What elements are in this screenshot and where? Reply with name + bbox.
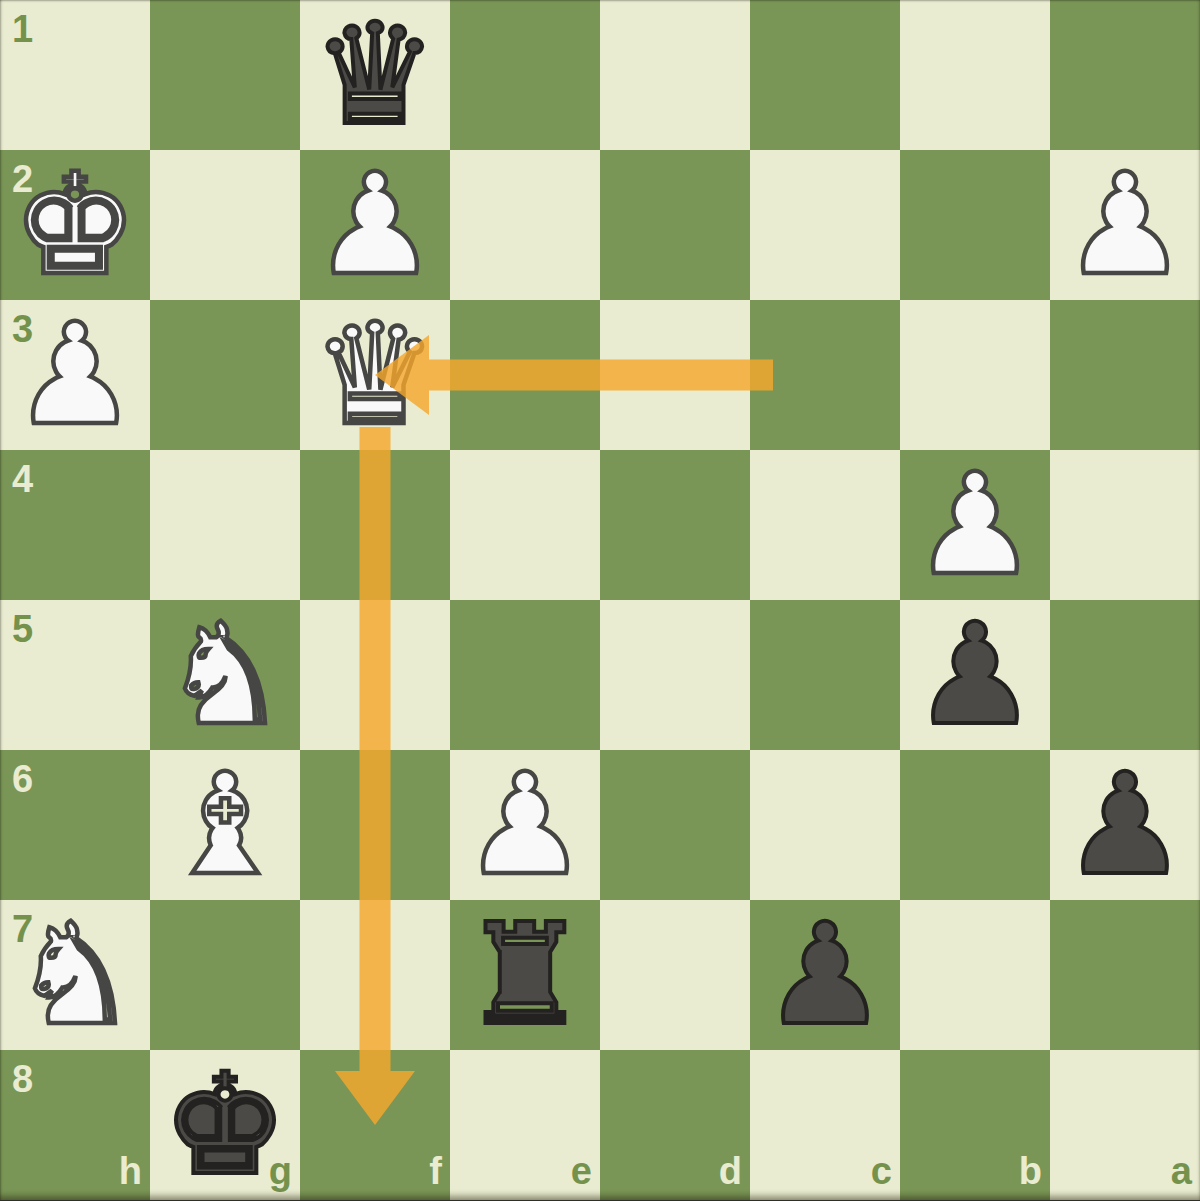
square-h2[interactable]: ♚2	[0, 150, 150, 300]
file-label-a: a	[1171, 1152, 1192, 1190]
rank-label-4: 4	[12, 460, 33, 498]
square-f3[interactable]: ♛	[300, 300, 450, 450]
rank-label-7: 7	[12, 910, 33, 948]
square-f1[interactable]: ♛	[300, 0, 450, 150]
square-b6[interactable]	[900, 750, 1050, 900]
square-c4[interactable]	[750, 450, 900, 600]
piece-white-knight-g5[interactable]: ♞	[150, 600, 300, 750]
square-g6[interactable]: ♝	[150, 750, 300, 900]
square-c6[interactable]	[750, 750, 900, 900]
rank-label-8: 8	[12, 1060, 33, 1098]
piece-white-bishop-g6[interactable]: ♝	[150, 750, 300, 900]
file-label-h: h	[119, 1152, 142, 1190]
square-g3[interactable]	[150, 300, 300, 450]
square-f5[interactable]	[300, 600, 450, 750]
square-a6[interactable]: ♟	[1050, 750, 1200, 900]
rank-label-2: 2	[12, 160, 33, 198]
file-label-d: d	[719, 1152, 742, 1190]
rank-label-6: 6	[12, 760, 33, 798]
square-d5[interactable]	[600, 600, 750, 750]
square-h4[interactable]: 4	[0, 450, 150, 600]
square-f2[interactable]: ♟	[300, 150, 450, 300]
square-g7[interactable]	[150, 900, 300, 1050]
square-e4[interactable]	[450, 450, 600, 600]
square-a2[interactable]: ♟	[1050, 150, 1200, 300]
square-b3[interactable]	[900, 300, 1050, 450]
square-b7[interactable]	[900, 900, 1050, 1050]
square-d7[interactable]	[600, 900, 750, 1050]
piece-black-pawn-c7[interactable]: ♟	[750, 900, 900, 1050]
square-g4[interactable]	[150, 450, 300, 600]
file-label-g: g	[269, 1152, 292, 1190]
square-b8[interactable]: b	[900, 1050, 1050, 1200]
square-c8[interactable]: c	[750, 1050, 900, 1200]
square-d8[interactable]: d	[600, 1050, 750, 1200]
piece-white-pawn-b4[interactable]: ♟	[900, 450, 1050, 600]
square-h5[interactable]: 5	[0, 600, 150, 750]
square-a5[interactable]	[1050, 600, 1200, 750]
square-a3[interactable]	[1050, 300, 1200, 450]
square-c5[interactable]	[750, 600, 900, 750]
file-label-c: c	[871, 1152, 892, 1190]
piece-black-pawn-a6[interactable]: ♟	[1050, 750, 1200, 900]
square-d3[interactable]	[600, 300, 750, 450]
file-label-e: e	[571, 1152, 592, 1190]
square-d6[interactable]	[600, 750, 750, 900]
square-e1[interactable]	[450, 0, 600, 150]
square-e7[interactable]: ♜	[450, 900, 600, 1050]
square-a4[interactable]	[1050, 450, 1200, 600]
square-h6[interactable]: 6	[0, 750, 150, 900]
square-h1[interactable]: 1	[0, 0, 150, 150]
square-g8[interactable]: ♚g	[150, 1050, 300, 1200]
piece-white-queen-f3[interactable]: ♛	[300, 300, 450, 450]
square-h7[interactable]: ♞7	[0, 900, 150, 1050]
piece-white-pawn-f2[interactable]: ♟	[300, 150, 450, 300]
square-e6[interactable]: ♟	[450, 750, 600, 900]
piece-black-rook-e7[interactable]: ♜	[450, 900, 600, 1050]
square-b5[interactable]: ♟	[900, 600, 1050, 750]
square-f8[interactable]: f	[300, 1050, 450, 1200]
square-e3[interactable]	[450, 300, 600, 450]
square-e8[interactable]: e	[450, 1050, 600, 1200]
file-label-f: f	[429, 1152, 442, 1190]
rank-label-1: 1	[12, 10, 33, 48]
piece-black-pawn-b5[interactable]: ♟	[900, 600, 1050, 750]
square-c1[interactable]	[750, 0, 900, 150]
square-h3[interactable]: ♟3	[0, 300, 150, 450]
square-a7[interactable]	[1050, 900, 1200, 1050]
square-a1[interactable]	[1050, 0, 1200, 150]
chess-board: 1♛♚2♟♟♟3♛4♟5♞♟6♝♟♟♞7♜♟8h♚gfedcba	[0, 0, 1200, 1200]
square-e2[interactable]	[450, 150, 600, 300]
square-c2[interactable]	[750, 150, 900, 300]
square-c3[interactable]	[750, 300, 900, 450]
rank-label-5: 5	[12, 610, 33, 648]
square-f6[interactable]	[300, 750, 450, 900]
piece-white-pawn-e6[interactable]: ♟	[450, 750, 600, 900]
square-e5[interactable]	[450, 600, 600, 750]
square-f7[interactable]	[300, 900, 450, 1050]
rank-label-3: 3	[12, 310, 33, 348]
file-label-b: b	[1019, 1152, 1042, 1190]
square-g5[interactable]: ♞	[150, 600, 300, 750]
square-b4[interactable]: ♟	[900, 450, 1050, 600]
square-f4[interactable]	[300, 450, 450, 600]
square-a8[interactable]: a	[1050, 1050, 1200, 1200]
square-d4[interactable]	[600, 450, 750, 600]
square-c7[interactable]: ♟	[750, 900, 900, 1050]
square-h8[interactable]: 8h	[0, 1050, 150, 1200]
square-d1[interactable]	[600, 0, 750, 150]
square-b1[interactable]	[900, 0, 1050, 150]
square-b2[interactable]	[900, 150, 1050, 300]
piece-white-pawn-a2[interactable]: ♟	[1050, 150, 1200, 300]
square-g1[interactable]	[150, 0, 300, 150]
square-g2[interactable]	[150, 150, 300, 300]
piece-black-queen-f1[interactable]: ♛	[300, 0, 450, 150]
square-d2[interactable]	[600, 150, 750, 300]
